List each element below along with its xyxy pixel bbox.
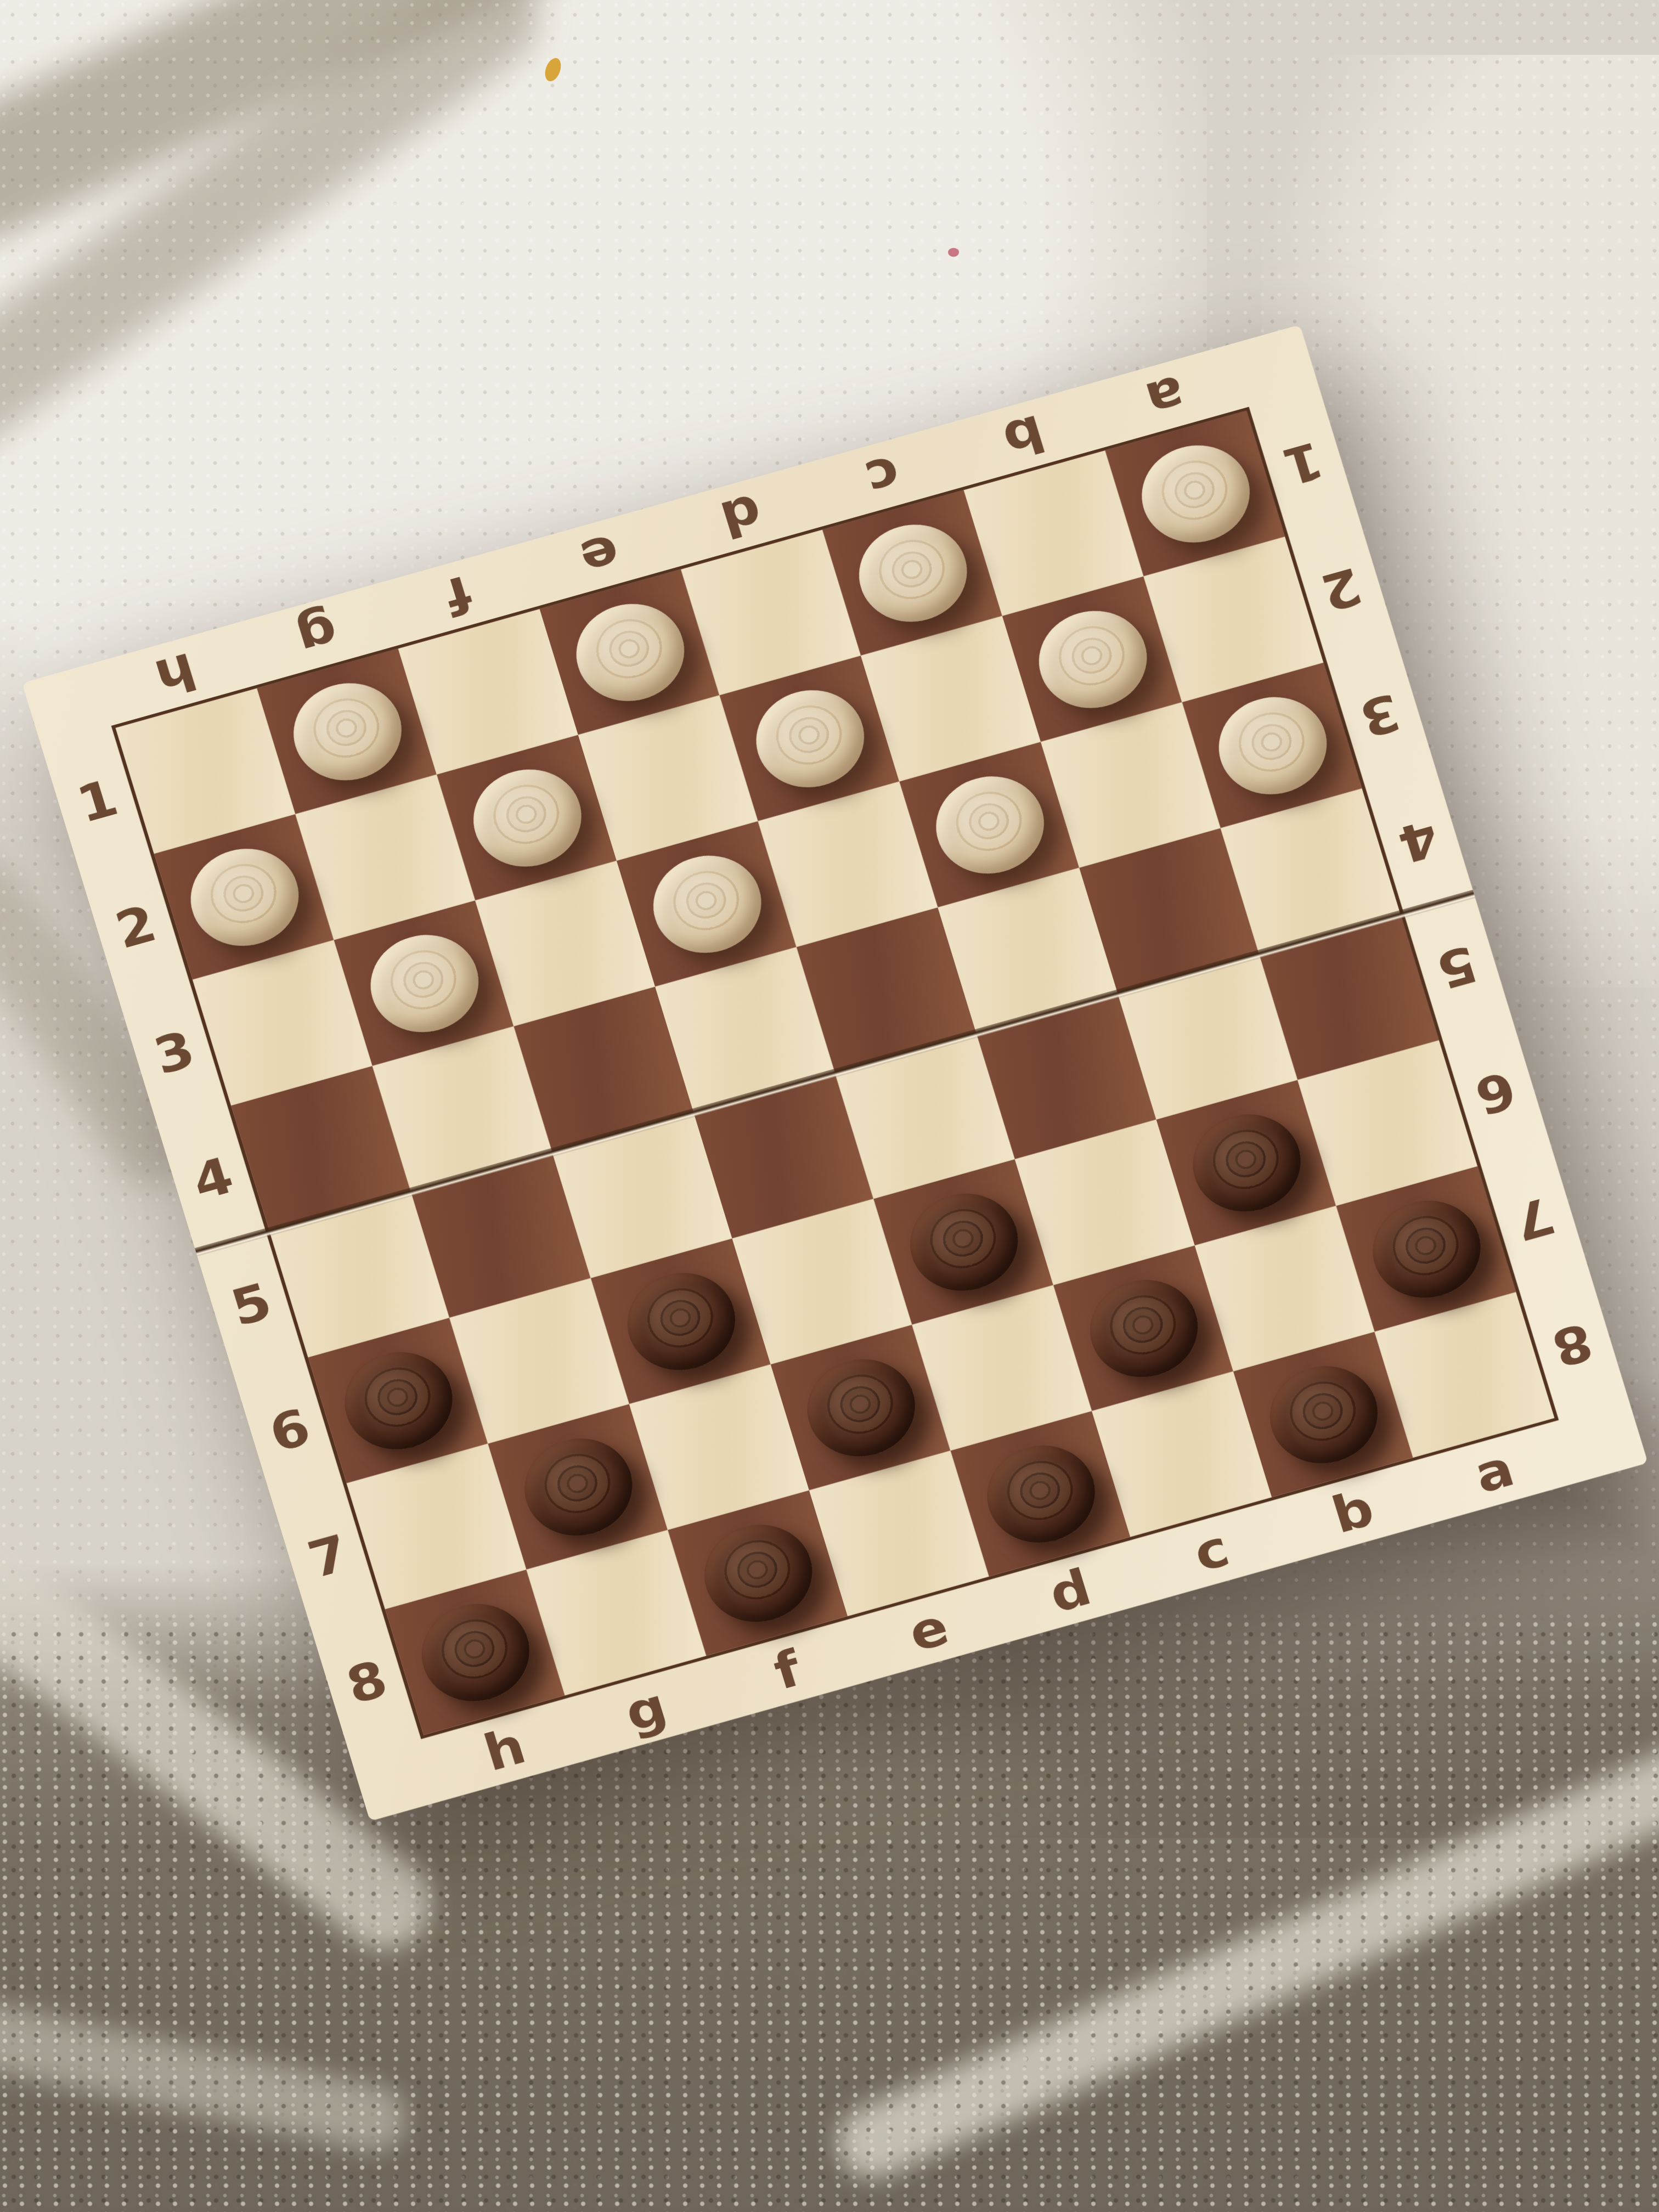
checker-light[interactable] <box>563 591 696 713</box>
checker-dark[interactable] <box>691 1512 823 1634</box>
checker-light[interactable] <box>640 843 772 965</box>
checker-light[interactable] <box>846 512 978 634</box>
checker-light[interactable] <box>1026 598 1158 720</box>
photo-of-checkers-board: { "game": "checkers (draughts) on a fold… <box>0 0 1659 2212</box>
checker-dark[interactable] <box>1257 1353 1389 1475</box>
checker-dark[interactable] <box>512 1426 644 1548</box>
checker-light[interactable] <box>1129 433 1261 555</box>
checker-dark[interactable] <box>409 1592 541 1713</box>
checker-dark[interactable] <box>1180 1102 1312 1223</box>
checker-dark[interactable] <box>794 1347 927 1469</box>
checker-light[interactable] <box>923 764 1056 885</box>
checker-dark[interactable] <box>897 1181 1029 1303</box>
checker-light[interactable] <box>1206 685 1338 806</box>
checker-light[interactable] <box>743 678 876 799</box>
checker-dark[interactable] <box>1360 1188 1492 1310</box>
checker-light[interactable] <box>460 757 592 878</box>
checker-dark[interactable] <box>332 1340 464 1462</box>
checker-dark[interactable] <box>1077 1267 1209 1389</box>
carpet-fleck <box>948 248 959 257</box>
carpet-texture <box>0 1618 1659 2212</box>
checker-light[interactable] <box>358 922 490 1044</box>
checker-dark[interactable] <box>974 1433 1107 1555</box>
checker-light[interactable] <box>280 670 413 792</box>
checker-light[interactable] <box>178 836 310 958</box>
checker-dark[interactable] <box>614 1260 747 1382</box>
